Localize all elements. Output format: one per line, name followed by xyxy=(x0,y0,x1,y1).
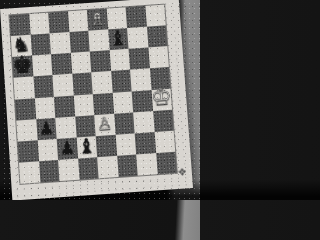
square[interactable]: ♗ xyxy=(87,9,108,31)
square[interactable] xyxy=(90,50,111,72)
square[interactable] xyxy=(133,111,154,133)
square[interactable] xyxy=(70,52,91,74)
square[interactable] xyxy=(148,46,169,68)
square[interactable] xyxy=(153,109,174,131)
square[interactable] xyxy=(78,157,99,180)
square[interactable] xyxy=(29,13,50,35)
square[interactable]: ♟ xyxy=(57,137,78,160)
chess-board: ♗♞♝♚♔♟♙♟♝ · · · · · · · · · · ❖ xyxy=(0,0,193,200)
square[interactable] xyxy=(132,90,153,112)
square[interactable] xyxy=(96,135,117,158)
board-emblem-icon: ❖ xyxy=(177,167,187,178)
square[interactable] xyxy=(127,27,148,49)
square[interactable] xyxy=(14,77,35,99)
square[interactable] xyxy=(156,152,177,175)
square[interactable] xyxy=(97,156,118,179)
square[interactable] xyxy=(129,48,150,70)
square[interactable] xyxy=(48,11,69,33)
square[interactable] xyxy=(52,74,73,96)
square[interactable] xyxy=(73,94,94,116)
square[interactable] xyxy=(117,154,138,177)
square[interactable] xyxy=(115,133,136,156)
square[interactable] xyxy=(19,161,40,184)
white-king[interactable]: ♔ xyxy=(150,85,172,109)
square[interactable]: ♔ xyxy=(151,88,172,110)
square[interactable] xyxy=(50,32,71,54)
square[interactable] xyxy=(112,91,133,113)
square[interactable]: ♙ xyxy=(94,113,115,135)
square[interactable] xyxy=(145,5,166,27)
white-bishop[interactable]: ♗ xyxy=(88,8,107,29)
square[interactable] xyxy=(130,69,151,91)
square[interactable] xyxy=(109,49,130,71)
square[interactable] xyxy=(37,139,58,162)
black-bishop[interactable]: ♝ xyxy=(77,135,96,156)
square[interactable] xyxy=(33,75,54,97)
square[interactable] xyxy=(146,25,167,47)
chess-board-grid: ♗♞♝♚♔♟♙♟♝ xyxy=(9,5,176,184)
square[interactable] xyxy=(136,153,157,176)
square[interactable]: ♚ xyxy=(12,56,33,78)
black-pawn[interactable]: ♟ xyxy=(38,118,54,136)
square[interactable] xyxy=(126,6,147,28)
table-surface: { "meta": { "description": "Overhead bla… xyxy=(0,0,200,200)
square[interactable] xyxy=(54,95,75,117)
square[interactable] xyxy=(15,98,36,120)
square[interactable] xyxy=(39,160,60,183)
square[interactable] xyxy=(32,54,53,76)
square[interactable] xyxy=(16,119,37,142)
square[interactable] xyxy=(91,71,112,93)
square[interactable] xyxy=(51,53,72,75)
square[interactable] xyxy=(69,31,90,53)
square[interactable] xyxy=(135,132,156,155)
square[interactable] xyxy=(154,130,175,153)
square[interactable] xyxy=(18,140,39,163)
black-king[interactable]: ♚ xyxy=(11,53,33,77)
square[interactable]: ♟ xyxy=(36,118,57,140)
board-edge-marking: · · · · · · · · · · xyxy=(174,54,183,107)
square[interactable]: ♝ xyxy=(108,28,129,50)
square[interactable] xyxy=(114,112,135,134)
black-pawn[interactable]: ♟ xyxy=(59,138,75,156)
white-pawn[interactable]: ♙ xyxy=(96,114,112,132)
square[interactable] xyxy=(72,73,93,95)
square[interactable] xyxy=(30,34,51,56)
square[interactable] xyxy=(111,70,132,92)
square[interactable] xyxy=(58,158,79,181)
black-bishop[interactable]: ♝ xyxy=(108,27,127,48)
square[interactable]: ♝ xyxy=(76,136,97,159)
square[interactable] xyxy=(68,10,89,32)
square[interactable] xyxy=(88,29,109,51)
